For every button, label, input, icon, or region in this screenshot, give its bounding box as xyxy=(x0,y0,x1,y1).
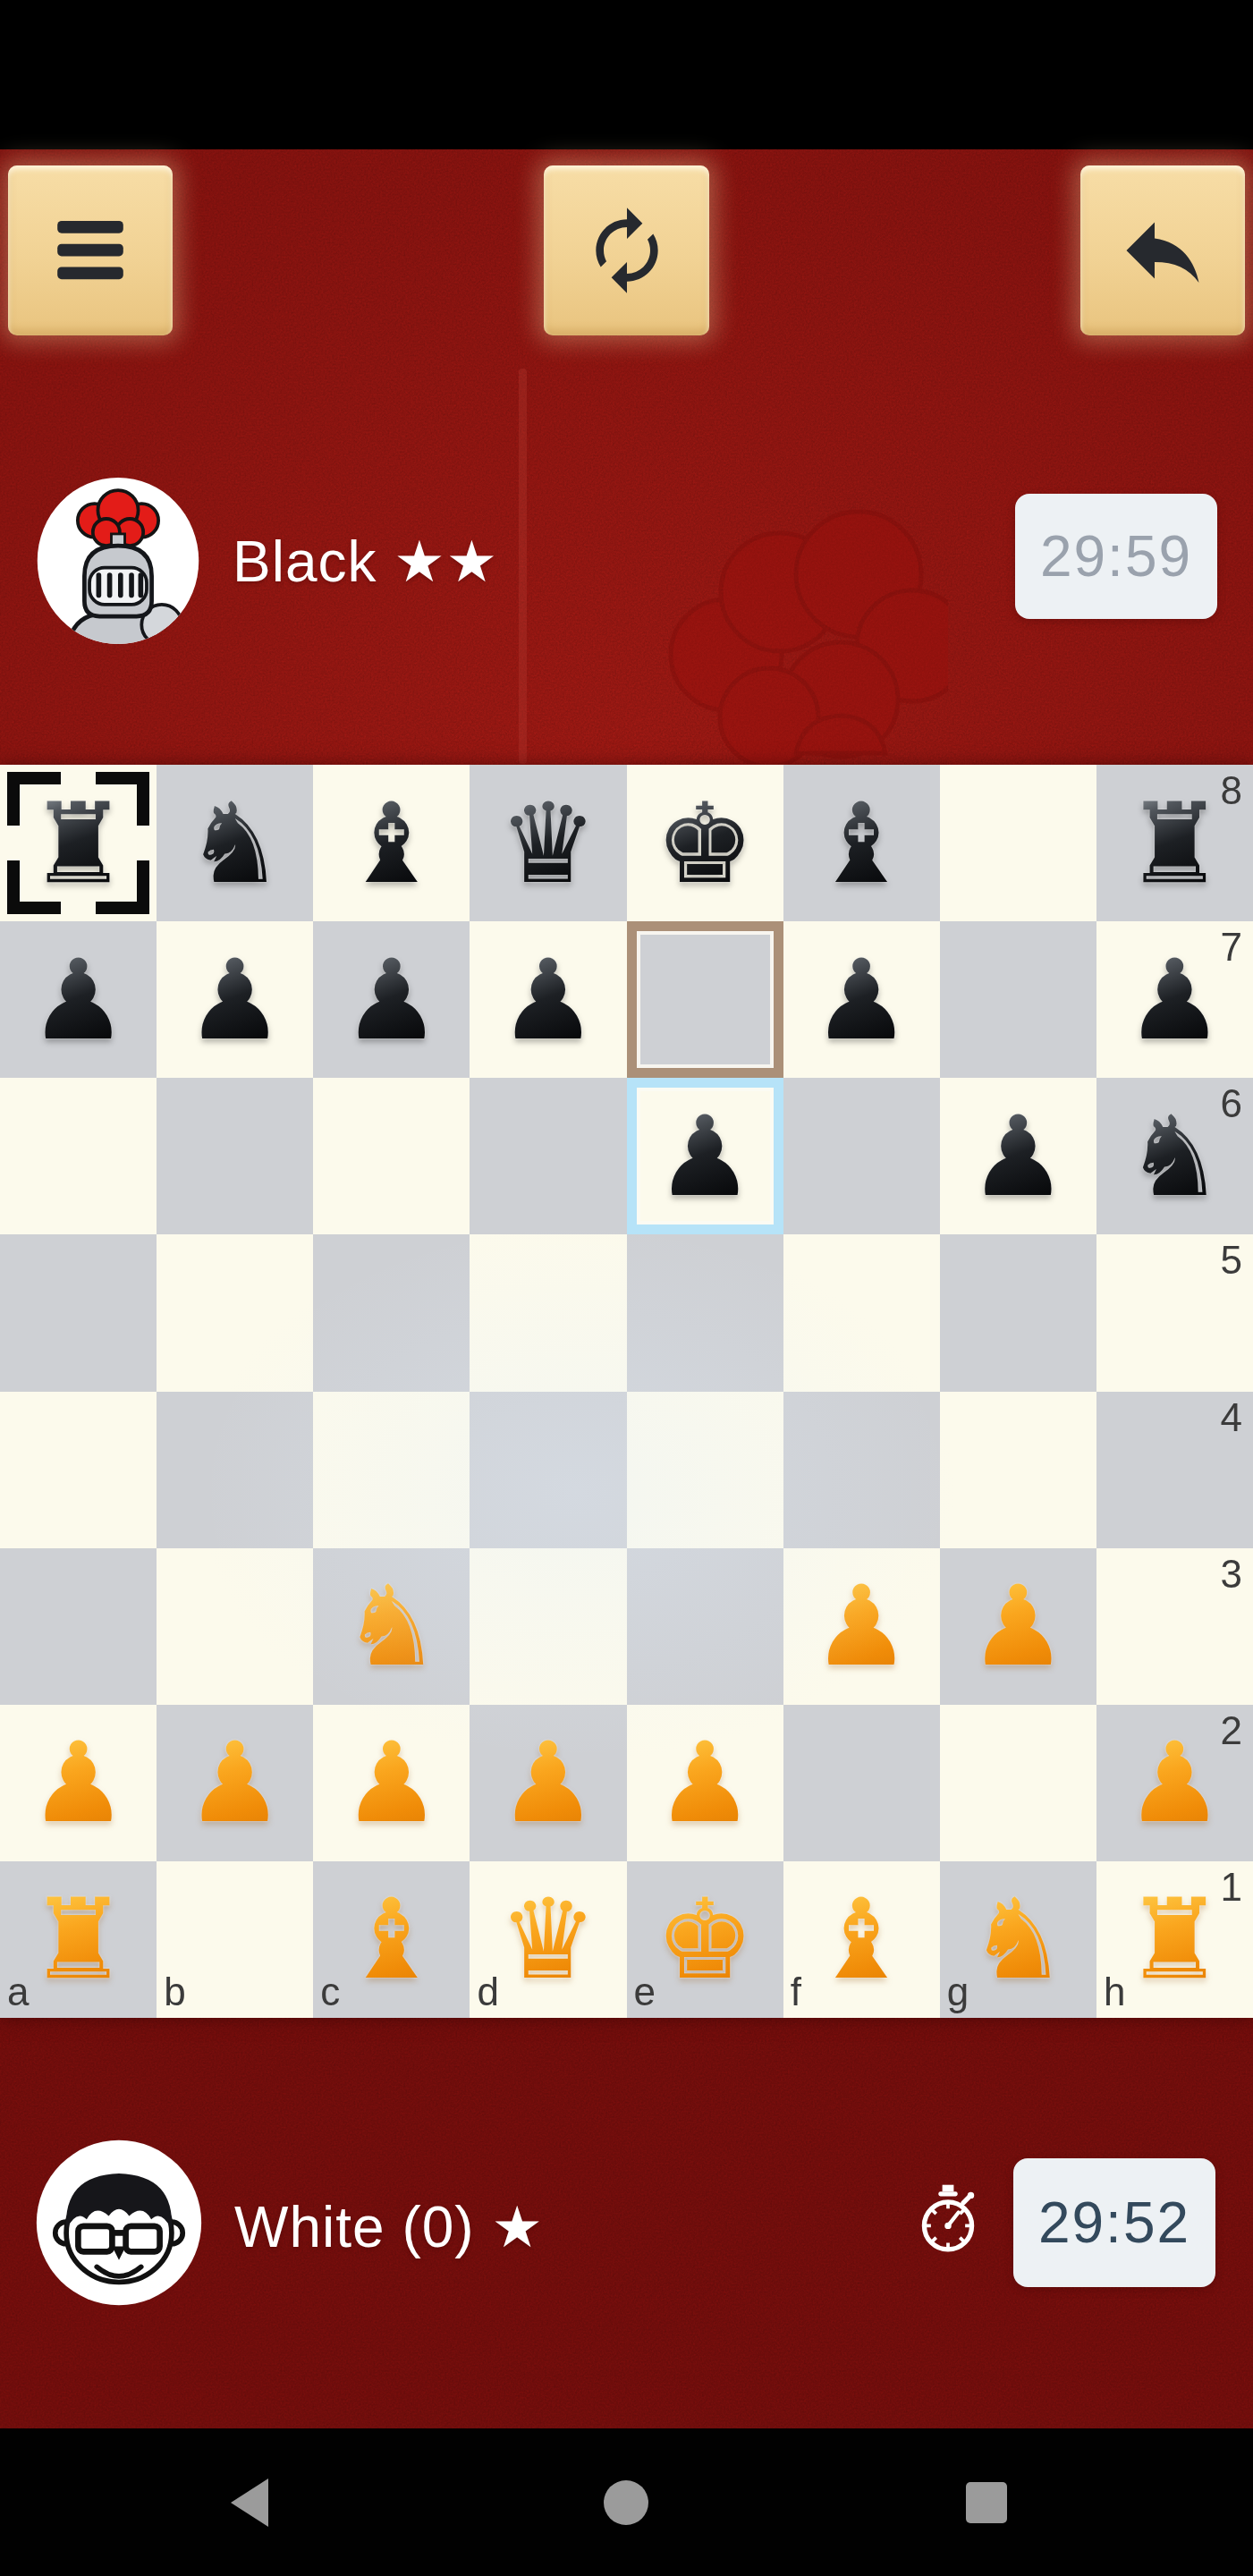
square-d4[interactable] xyxy=(470,1392,626,1548)
square-g2[interactable] xyxy=(940,1705,1096,1861)
file-label-e: e xyxy=(634,1970,656,2014)
square-b2[interactable]: ♟ xyxy=(157,1705,313,1861)
black-player-name: Black ★★ xyxy=(233,529,498,595)
square-e4[interactable] xyxy=(627,1392,783,1548)
square-d7[interactable]: ♟ xyxy=(470,921,626,1078)
piece-white-pawn[interactable]: ♟ xyxy=(185,1727,284,1838)
rank-label-4: 4 xyxy=(1221,1395,1242,1440)
selection-corner-icon xyxy=(96,772,149,826)
square-g5[interactable] xyxy=(940,1234,1096,1391)
square-c3[interactable]: ♞ xyxy=(313,1548,470,1705)
square-f4[interactable] xyxy=(783,1392,940,1548)
rank-label-5: 5 xyxy=(1221,1238,1242,1283)
square-e6[interactable]: ♟ xyxy=(627,1078,783,1234)
square-b1[interactable]: b xyxy=(157,1861,313,2018)
square-h6[interactable]: ♞6 xyxy=(1096,1078,1253,1234)
piece-white-pawn[interactable]: ♟ xyxy=(1125,1727,1224,1838)
square-b8[interactable]: ♞ xyxy=(157,765,313,921)
sync-icon xyxy=(580,204,673,297)
square-f3[interactable]: ♟ xyxy=(783,1548,940,1705)
file-label-d: d xyxy=(477,1970,498,2014)
rank-label-6: 6 xyxy=(1221,1081,1242,1126)
square-a5[interactable] xyxy=(0,1234,157,1391)
square-d2[interactable]: ♟ xyxy=(470,1705,626,1861)
piece-white-rook[interactable]: ♜ xyxy=(1125,1884,1224,1995)
square-f6[interactable] xyxy=(783,1078,940,1234)
piece-white-pawn[interactable]: ♟ xyxy=(29,1727,128,1838)
square-h7[interactable]: ♟7 xyxy=(1096,921,1253,1078)
square-f5[interactable] xyxy=(783,1234,940,1391)
square-e5[interactable] xyxy=(627,1234,783,1391)
recents-button[interactable] xyxy=(966,2482,1007,2523)
square-h3[interactable]: 3 xyxy=(1096,1548,1253,1705)
selection-corner-icon xyxy=(7,772,61,826)
square-h8[interactable]: ♜8 xyxy=(1096,765,1253,921)
square-a2[interactable]: ♟ xyxy=(0,1705,157,1861)
piece-white-pawn[interactable]: ♟ xyxy=(655,1727,754,1838)
android-nav-bar xyxy=(0,2428,1253,2576)
square-a7[interactable]: ♟ xyxy=(0,921,157,1078)
square-e7[interactable] xyxy=(627,921,783,1078)
piece-white-bishop[interactable]: ♝ xyxy=(812,1884,911,1995)
square-c8[interactable]: ♝ xyxy=(313,765,470,921)
square-a8[interactable]: ♜ xyxy=(0,765,157,921)
square-b6[interactable] xyxy=(157,1078,313,1234)
square-h4[interactable]: 4 xyxy=(1096,1392,1253,1548)
piece-white-pawn[interactable]: ♟ xyxy=(342,1727,441,1838)
square-d6[interactable] xyxy=(470,1078,626,1234)
rank-label-1: 1 xyxy=(1221,1865,1242,1910)
black-clock: 29:59 xyxy=(1015,494,1217,619)
square-a4[interactable] xyxy=(0,1392,157,1548)
piece-white-pawn[interactable]: ♟ xyxy=(498,1727,597,1838)
rank-label-7: 7 xyxy=(1221,925,1242,970)
rank-label-3: 3 xyxy=(1221,1552,1242,1597)
status-bar xyxy=(0,0,1253,149)
square-e3[interactable] xyxy=(627,1548,783,1705)
square-c7[interactable]: ♟ xyxy=(313,921,470,1078)
stopwatch-icon xyxy=(918,2183,978,2257)
chess-board[interactable]: ♜♞♝♛♚♝♜8♟♟♟♟♟♟7♟♟♞654♞♟♟3♟♟♟♟♟♟2♜ab♝c♛d♚… xyxy=(0,765,1253,2018)
square-d1[interactable]: ♛d xyxy=(470,1861,626,2018)
file-label-h: h xyxy=(1104,1970,1125,2014)
square-c6[interactable] xyxy=(313,1078,470,1234)
piece-black-pawn[interactable]: ♟ xyxy=(655,1101,754,1212)
square-d8[interactable]: ♛ xyxy=(470,765,626,921)
square-g1[interactable]: ♞g xyxy=(940,1861,1096,2018)
undo-button[interactable] xyxy=(1080,165,1245,335)
white-avatar-face-icon xyxy=(34,2138,204,2308)
selection-corner-icon xyxy=(7,860,61,914)
square-h1[interactable]: ♜h1 xyxy=(1096,1861,1253,2018)
piece-white-rook[interactable]: ♜ xyxy=(29,1884,128,1995)
square-g6[interactable]: ♟ xyxy=(940,1078,1096,1234)
app-background: Black ★★ 29:59 ♜♞♝♛♚♝♜8♟♟♟♟♟♟7♟♟♞654♞♟♟3… xyxy=(0,149,1253,2428)
piece-white-queen[interactable]: ♛ xyxy=(498,1884,597,1995)
back-button[interactable] xyxy=(231,2479,268,2527)
piece-black-pawn[interactable]: ♟ xyxy=(812,945,911,1055)
piece-white-bishop[interactable]: ♝ xyxy=(342,1884,441,1995)
piece-black-pawn[interactable]: ♟ xyxy=(498,945,597,1055)
rank-label-2: 2 xyxy=(1221,1708,1242,1753)
piece-white-king[interactable]: ♚ xyxy=(655,1884,754,1995)
square-b7[interactable]: ♟ xyxy=(157,921,313,1078)
file-label-c: c xyxy=(320,1970,340,2014)
piece-black-rook[interactable]: ♜ xyxy=(1125,788,1224,899)
white-player-name: White (0) ★ xyxy=(234,2194,544,2260)
piece-white-pawn[interactable]: ♟ xyxy=(969,1571,1068,1682)
piece-white-knight[interactable]: ♞ xyxy=(342,1571,441,1682)
square-c1[interactable]: ♝c xyxy=(313,1861,470,2018)
file-label-b: b xyxy=(164,1970,185,2014)
square-d5[interactable] xyxy=(470,1234,626,1391)
square-c4[interactable] xyxy=(313,1392,470,1548)
selection-corner-icon xyxy=(96,860,149,914)
piece-white-pawn[interactable]: ♟ xyxy=(812,1571,911,1682)
square-e1[interactable]: ♚e xyxy=(627,1861,783,2018)
piece-black-pawn[interactable]: ♟ xyxy=(969,1101,1068,1212)
square-g3[interactable]: ♟ xyxy=(940,1548,1096,1705)
piece-black-queen[interactable]: ♛ xyxy=(498,788,597,899)
square-b5[interactable] xyxy=(157,1234,313,1391)
square-g8[interactable] xyxy=(940,765,1096,921)
phone-screen: Black ★★ 29:59 ♜♞♝♛♚♝♜8♟♟♟♟♟♟7♟♟♞654♞♟♟3… xyxy=(0,0,1253,2576)
square-h2[interactable]: ♟2 xyxy=(1096,1705,1253,1861)
piece-black-bishop[interactable]: ♝ xyxy=(342,788,441,899)
piece-black-knight[interactable]: ♞ xyxy=(185,788,284,899)
menu-icon xyxy=(49,208,131,293)
square-e8[interactable]: ♚ xyxy=(627,765,783,921)
square-f8[interactable]: ♝ xyxy=(783,765,940,921)
sync-button[interactable] xyxy=(544,165,709,335)
square-b3[interactable] xyxy=(157,1548,313,1705)
piece-black-pawn[interactable]: ♟ xyxy=(29,945,128,1055)
square-g7[interactable] xyxy=(940,921,1096,1078)
square-c5[interactable] xyxy=(313,1234,470,1391)
rank-label-8: 8 xyxy=(1221,768,1242,813)
file-label-f: f xyxy=(791,1970,801,2014)
file-label-a: a xyxy=(7,1970,29,2014)
piece-black-bishop[interactable]: ♝ xyxy=(812,788,911,899)
square-e2[interactable]: ♟ xyxy=(627,1705,783,1861)
piece-black-pawn[interactable]: ♟ xyxy=(1125,945,1224,1055)
piece-black-pawn[interactable]: ♟ xyxy=(342,945,441,1055)
square-a1[interactable]: ♜a xyxy=(0,1861,157,2018)
piece-white-knight[interactable]: ♞ xyxy=(969,1884,1068,1995)
piece-black-pawn[interactable]: ♟ xyxy=(185,945,284,1055)
square-h5[interactable]: 5 xyxy=(1096,1234,1253,1391)
undo-icon xyxy=(1114,202,1211,299)
square-g4[interactable] xyxy=(940,1392,1096,1548)
square-c2[interactable]: ♟ xyxy=(313,1705,470,1861)
square-a6[interactable] xyxy=(0,1078,157,1234)
square-a3[interactable] xyxy=(0,1548,157,1705)
home-button[interactable] xyxy=(604,2480,648,2525)
square-f1[interactable]: ♝f xyxy=(783,1861,940,2018)
square-b4[interactable] xyxy=(157,1392,313,1548)
square-f7[interactable]: ♟ xyxy=(783,921,940,1078)
piece-black-knight[interactable]: ♞ xyxy=(1125,1101,1224,1212)
square-f2[interactable] xyxy=(783,1705,940,1861)
menu-button[interactable] xyxy=(8,165,173,335)
black-avatar-knight-icon xyxy=(34,473,202,648)
file-label-g: g xyxy=(947,1970,969,2014)
piece-black-king[interactable]: ♚ xyxy=(655,788,754,899)
white-clock: 29:52 xyxy=(1013,2158,1215,2287)
square-d3[interactable] xyxy=(470,1548,626,1705)
